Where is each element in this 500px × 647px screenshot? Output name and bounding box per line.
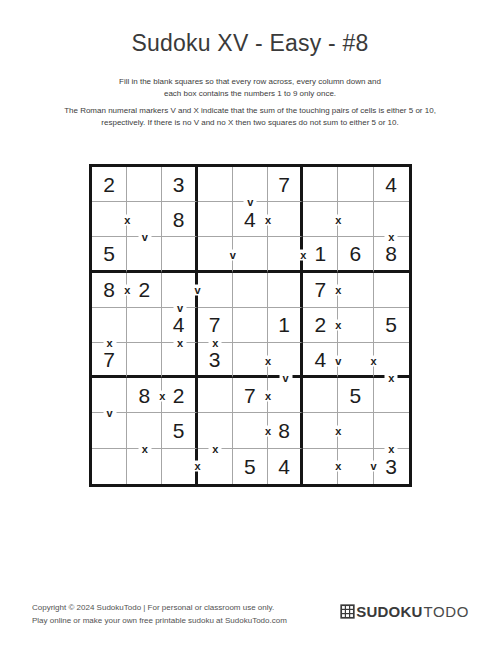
- cell-r5c9[interactable]: 5: [374, 308, 409, 343]
- cell-r5c6[interactable]: 1: [268, 308, 303, 343]
- x-marker: X: [385, 373, 398, 384]
- given-digit: 4: [385, 174, 397, 195]
- given-digit: 5: [103, 243, 115, 264]
- x-marker: X: [332, 214, 345, 225]
- cell-r4c6[interactable]: [268, 273, 303, 308]
- cell-r1c1[interactable]: 2: [92, 167, 127, 202]
- cell-r7c7[interactable]: [303, 378, 338, 413]
- cell-r3c1[interactable]: 5: [92, 237, 127, 272]
- given-digit: 8: [278, 420, 290, 441]
- cell-r9c1[interactable]: [92, 449, 127, 484]
- cell-r5c2[interactable]: [127, 308, 162, 343]
- x-marker: X: [297, 250, 310, 261]
- logo-text-todo: TODO: [424, 603, 469, 620]
- cell-r1c3[interactable]: 3: [162, 167, 197, 202]
- x-marker: X: [385, 232, 398, 243]
- v-marker: V: [279, 373, 292, 384]
- cell-r1c8[interactable]: [338, 167, 373, 202]
- given-digit: 1: [314, 243, 326, 264]
- footer-copyright: Copyright © 2024 SudokuTodo | For person…: [32, 601, 287, 627]
- given-digit: 2: [173, 385, 185, 406]
- given-digit: 1: [278, 314, 290, 335]
- given-digit: 8: [138, 385, 150, 406]
- given-digit: 3: [209, 349, 221, 370]
- x-marker: X: [262, 426, 275, 437]
- cell-r5c5[interactable]: [233, 308, 268, 343]
- grid-icon: [340, 604, 355, 619]
- x-marker: X: [332, 426, 345, 437]
- x-marker: X: [367, 355, 380, 366]
- cell-r3c3[interactable]: [162, 237, 197, 272]
- given-digit: 5: [173, 420, 185, 441]
- v-marker: V: [332, 355, 345, 366]
- given-digit: 6: [350, 243, 362, 264]
- v-marker: V: [138, 232, 151, 243]
- cell-r2c3[interactable]: 8: [162, 202, 197, 237]
- x-marker: X: [262, 390, 275, 401]
- cell-r4c9[interactable]: [374, 273, 409, 308]
- instructions-basic-line2: each box contains the numbers 1 to 9 onl…: [164, 89, 336, 98]
- given-digit: 3: [173, 174, 185, 195]
- x-marker: X: [174, 338, 187, 349]
- page: Sudoku XV - Easy - #8 Fill in the blank …: [0, 0, 500, 647]
- x-marker: X: [332, 320, 345, 331]
- footer-line1: Copyright © 2024 SudokuTodo | For person…: [32, 601, 287, 614]
- given-digit: 8: [103, 279, 115, 300]
- given-digit: 7: [103, 349, 115, 370]
- x-marker: X: [103, 338, 116, 349]
- v-marker: V: [244, 197, 257, 208]
- given-digit: 4: [244, 209, 256, 230]
- given-digit: 7: [244, 385, 256, 406]
- logo-text-sudoku: SUDOKU: [356, 603, 422, 620]
- given-digit: 7: [209, 314, 221, 335]
- x-marker: X: [121, 214, 134, 225]
- given-digit: 2: [103, 174, 115, 195]
- x-marker: X: [209, 443, 222, 454]
- cell-r4c5[interactable]: [233, 273, 268, 308]
- given-digit: 5: [350, 385, 362, 406]
- instructions-basic: Fill in the blank squares so that every …: [0, 76, 500, 99]
- cell-r1c6[interactable]: 7: [268, 167, 303, 202]
- v-marker: V: [226, 250, 239, 261]
- x-marker: X: [332, 461, 345, 472]
- given-digit: 8: [385, 243, 397, 264]
- puzzle-title: Sudoku XV - Easy - #8: [0, 30, 500, 57]
- v-marker: V: [191, 285, 204, 296]
- instructions-xv-line2: respectively. If there is no V and no X …: [101, 118, 398, 127]
- cell-r8c3[interactable]: 5: [162, 413, 197, 448]
- given-digit: 2: [138, 279, 150, 300]
- cell-r6c2[interactable]: [127, 343, 162, 378]
- cell-r1c4[interactable]: [198, 167, 233, 202]
- x-marker: X: [262, 214, 275, 225]
- x-marker: X: [138, 443, 151, 454]
- given-digit: 8: [173, 209, 185, 230]
- x-marker: X: [156, 390, 169, 401]
- x-marker: X: [262, 355, 275, 366]
- cell-r9c5[interactable]: 5: [233, 449, 268, 484]
- v-marker: V: [367, 461, 380, 472]
- v-marker: V: [174, 302, 187, 313]
- instructions-xv-rule: The Roman numeral markers V and X indica…: [0, 105, 500, 128]
- instructions-basic-line1: Fill in the blank squares so that every …: [119, 77, 381, 86]
- given-digit: 3: [385, 456, 397, 477]
- sudoku-grid: 237484516882747125734827558543: [89, 164, 412, 487]
- given-digit: 7: [314, 279, 326, 300]
- given-digit: 4: [278, 456, 290, 477]
- given-digit: 7: [278, 174, 290, 195]
- given-digit: 4: [314, 349, 326, 370]
- cell-r9c6[interactable]: 4: [268, 449, 303, 484]
- instructions-xv-line1: The Roman numeral markers V and X indica…: [64, 106, 436, 115]
- given-digit: 5: [244, 456, 256, 477]
- given-digit: 5: [385, 314, 397, 335]
- x-marker: X: [209, 338, 222, 349]
- x-marker: X: [385, 443, 398, 454]
- cell-r1c7[interactable]: [303, 167, 338, 202]
- sudoku-board: 237484516882747125734827558543 XXXVXXVXX…: [89, 164, 412, 487]
- given-digit: 2: [314, 314, 326, 335]
- v-marker: V: [103, 408, 116, 419]
- sudokutodo-logo: SUDOKU TODO: [340, 603, 469, 620]
- footer-line2: Play online or make your own free printa…: [32, 614, 287, 627]
- cell-r1c9[interactable]: 4: [374, 167, 409, 202]
- cell-r7c4[interactable]: [198, 378, 233, 413]
- given-digit: 4: [173, 314, 185, 335]
- cell-r3c8[interactable]: 6: [338, 237, 373, 272]
- cell-r2c4[interactable]: [198, 202, 233, 237]
- cell-r7c8[interactable]: 5: [338, 378, 373, 413]
- x-marker: X: [332, 285, 345, 296]
- x-marker: X: [121, 285, 134, 296]
- cell-r1c2[interactable]: [127, 167, 162, 202]
- x-marker: X: [191, 461, 204, 472]
